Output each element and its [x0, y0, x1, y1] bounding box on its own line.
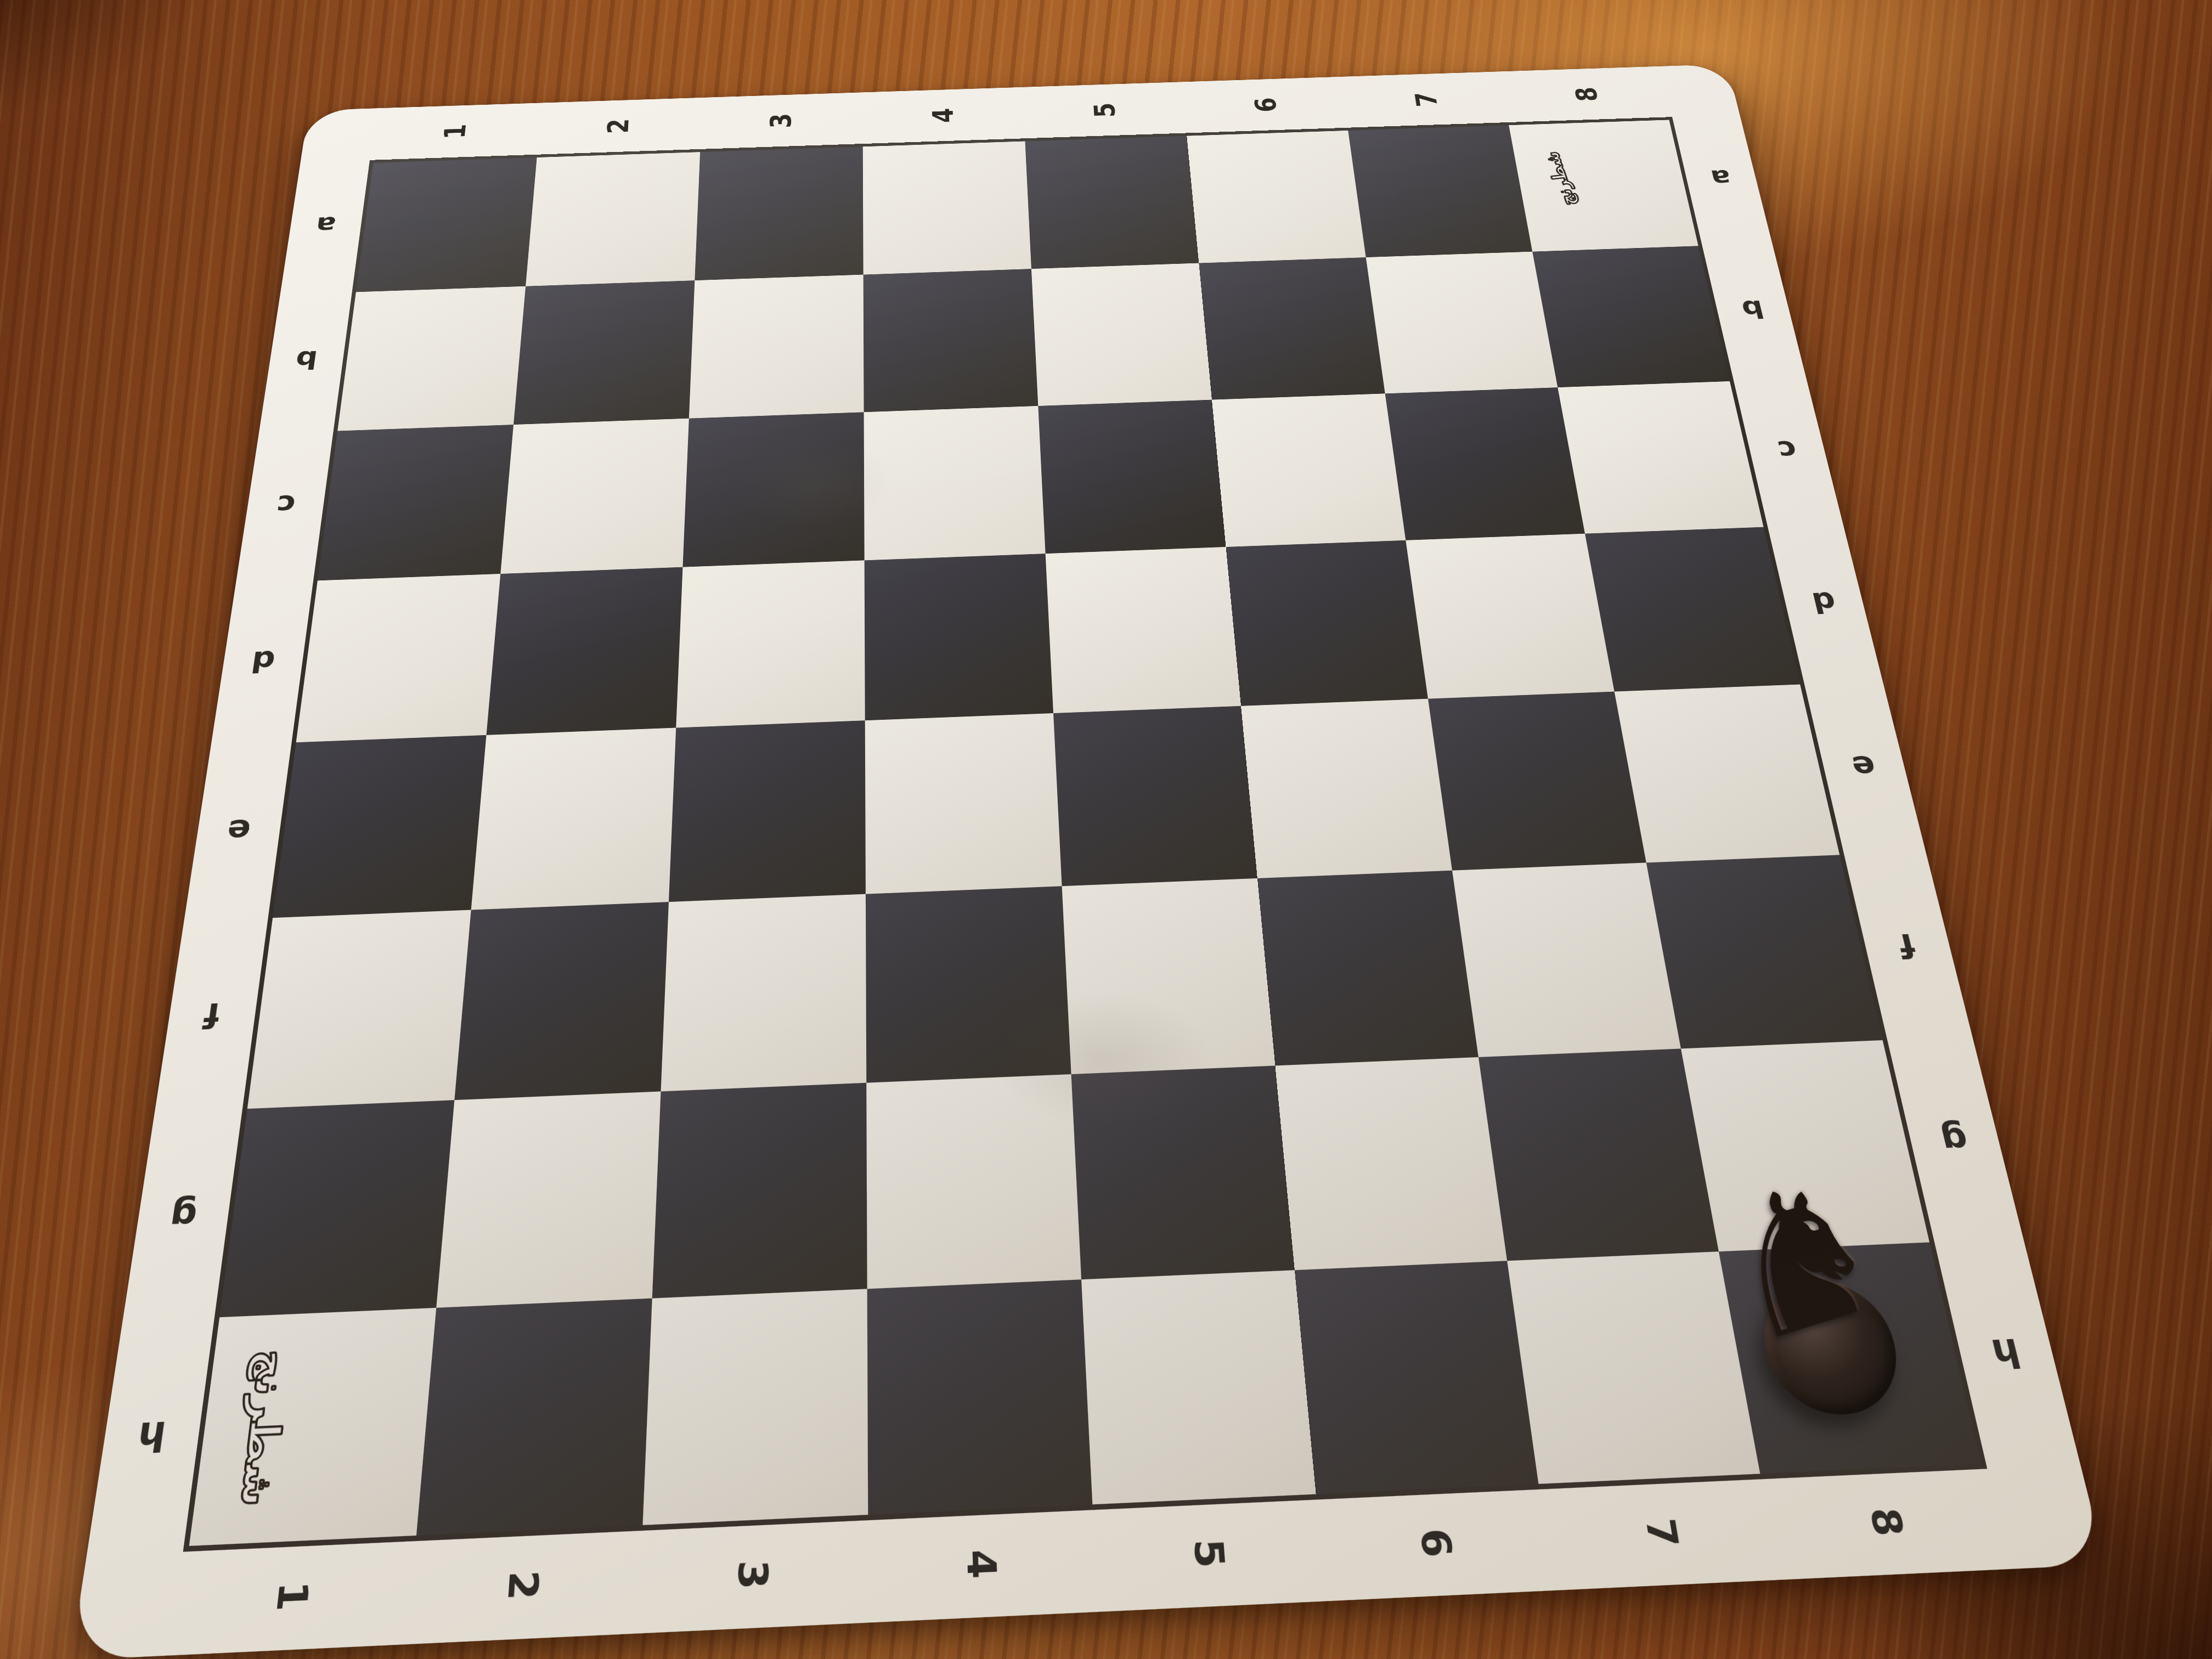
square-b5[interactable]	[1031, 263, 1212, 406]
square-g5[interactable]	[1071, 1065, 1295, 1279]
square-h5[interactable]	[1081, 1270, 1316, 1504]
coordinate-label-top-6: 6	[1251, 97, 1280, 112]
coordinate-label-top-4: 4	[928, 108, 957, 123]
square-a6[interactable]	[1187, 131, 1365, 263]
square-a7[interactable]	[1348, 125, 1532, 257]
coordinate-label-left-e: e	[225, 815, 252, 847]
square-h4[interactable]	[867, 1279, 1093, 1515]
square-c8[interactable]	[1558, 381, 1763, 534]
square-h7[interactable]	[1507, 1251, 1760, 1484]
coordinate-label-bottom-2: 2	[501, 1570, 543, 1601]
label-slot-bottom-1: 1	[169, 1538, 412, 1656]
square-a2[interactable]	[526, 152, 700, 286]
square-b2[interactable]	[513, 280, 695, 425]
square-b1[interactable]	[337, 286, 526, 431]
coordinate-label-top-8: 8	[1571, 86, 1601, 101]
label-slot-top-8: 8	[1502, 66, 1672, 122]
square-b4[interactable]	[864, 269, 1039, 412]
square-e4[interactable]	[865, 713, 1062, 894]
square-a5[interactable]	[1025, 136, 1199, 269]
coordinate-label-bottom-7: 7	[1640, 1517, 1684, 1548]
coordinate-label-right-h: h	[1988, 1333, 2024, 1373]
square-e2[interactable]	[471, 728, 676, 910]
square-e1[interactable]	[273, 735, 486, 918]
square-f6[interactable]	[1257, 871, 1479, 1066]
label-slot-top-7: 7	[1342, 71, 1511, 127]
square-e3[interactable]	[669, 720, 866, 902]
chessboard-photo: 12345678 12345678 abcdefgh abcdefgh شطرن…	[0, 0, 2212, 1659]
square-d6[interactable]	[1226, 540, 1428, 706]
coordinate-label-bottom-8: 8	[1864, 1506, 1909, 1537]
square-f8[interactable]	[1646, 855, 1883, 1048]
square-h8[interactable]: ♞	[1719, 1242, 1981, 1474]
square-c3[interactable]	[682, 412, 864, 567]
shatranj-logo-a8: شطرنج	[1540, 151, 1579, 207]
square-g4[interactable]	[866, 1074, 1081, 1289]
square-g3[interactable]	[652, 1083, 867, 1299]
square-f1[interactable]	[247, 910, 471, 1109]
coordinate-label-bottom-5: 5	[1188, 1538, 1230, 1569]
square-c6[interactable]	[1212, 393, 1406, 547]
square-g1[interactable]	[219, 1100, 454, 1317]
square-b6[interactable]	[1199, 257, 1385, 400]
coordinate-label-bottom-4: 4	[961, 1548, 1002, 1579]
shatranj-logo-h1: شطرنج	[230, 1348, 297, 1506]
square-a3[interactable]	[695, 146, 863, 280]
square-f7[interactable]	[1452, 862, 1681, 1057]
square-a8[interactable]: شطرنج	[1509, 120, 1698, 251]
coordinate-label-left-c: c	[274, 491, 297, 518]
square-b7[interactable]	[1366, 252, 1558, 394]
square-e7[interactable]	[1428, 692, 1646, 871]
coordinate-label-top-2: 2	[603, 118, 633, 134]
label-slot-bottom-4: 4	[867, 1506, 1098, 1623]
square-b3[interactable]	[689, 275, 864, 419]
square-h2[interactable]	[416, 1299, 652, 1536]
coordinate-label-right-d: d	[1809, 588, 1839, 617]
label-slot-bottom-6: 6	[1317, 1486, 1556, 1601]
square-c1[interactable]	[318, 425, 513, 580]
square-c5[interactable]	[1038, 400, 1226, 554]
label-slot-bottom-7: 7	[1542, 1476, 1784, 1590]
coordinate-label-bottom-3: 3	[732, 1559, 773, 1590]
label-slot-bottom-2: 2	[403, 1527, 640, 1645]
square-e6[interactable]	[1241, 699, 1452, 878]
square-g6[interactable]	[1275, 1057, 1507, 1270]
coordinate-label-bottom-6: 6	[1414, 1527, 1457, 1558]
coordinate-label-left-b: b	[294, 347, 319, 373]
coordinate-label-bottom-1: 1	[270, 1580, 314, 1612]
square-c7[interactable]	[1385, 387, 1585, 540]
square-d3[interactable]	[676, 560, 865, 727]
square-d7[interactable]	[1406, 534, 1614, 699]
coordinate-label-top-5: 5	[1090, 102, 1119, 118]
coordinate-label-right-a: a	[1709, 167, 1734, 189]
square-f3[interactable]	[661, 894, 867, 1092]
label-slot-top-1: 1	[370, 103, 539, 160]
coordinate-label-top-1: 1	[440, 123, 470, 139]
coordinate-label-left-h: h	[135, 1415, 168, 1457]
square-g2[interactable]	[436, 1091, 661, 1307]
square-a4[interactable]	[863, 141, 1031, 274]
coordinate-label-left-g: g	[167, 1197, 199, 1235]
square-d2[interactable]	[487, 567, 683, 735]
coordinate-label-right-g: g	[1937, 1122, 1972, 1158]
square-h3[interactable]	[642, 1289, 868, 1525]
chess-board-grid: شطرنجشطرنج♞	[183, 117, 1988, 1552]
coordinate-label-top-7: 7	[1411, 92, 1441, 107]
square-c2[interactable]	[500, 419, 689, 574]
label-slot-top-5: 5	[1023, 82, 1188, 138]
coordinate-label-right-b: b	[1740, 297, 1767, 321]
square-a1[interactable]	[356, 157, 537, 292]
square-e8[interactable]	[1615, 685, 1840, 863]
coordinate-label-right-e: e	[1849, 752, 1879, 782]
label-slot-top-3: 3	[698, 92, 862, 149]
square-h6[interactable]	[1295, 1261, 1539, 1494]
coordinate-label-left-a: a	[314, 213, 337, 236]
label-slot-bottom-8: 8	[1764, 1465, 2011, 1579]
coordinate-label-top-3: 3	[766, 112, 795, 128]
label-slot-top-2: 2	[534, 98, 701, 155]
coordinate-label-left-d: d	[250, 646, 277, 675]
square-d8[interactable]	[1585, 527, 1800, 692]
square-c4[interactable]	[864, 406, 1046, 560]
black-knight-piece[interactable]: ♞	[1719, 1242, 1981, 1474]
coordinate-label-right-c: c	[1775, 437, 1799, 464]
square-b8[interactable]	[1532, 246, 1730, 387]
label-slot-top-6: 6	[1183, 77, 1350, 133]
square-d1[interactable]	[296, 574, 501, 742]
label-slot-top-4: 4	[862, 87, 1025, 144]
square-h1[interactable]: شطرنج	[189, 1308, 437, 1546]
square-e5[interactable]	[1053, 706, 1257, 886]
square-d4[interactable]	[865, 554, 1053, 720]
square-f5[interactable]	[1062, 878, 1276, 1074]
label-slot-bottom-3: 3	[635, 1517, 867, 1634]
square-d5[interactable]	[1046, 547, 1241, 713]
coordinate-label-left-f: f	[202, 998, 222, 1032]
square-f2[interactable]	[454, 902, 669, 1100]
coordinate-label-right-f: f	[1896, 929, 1919, 962]
square-f4[interactable]	[866, 886, 1071, 1082]
label-slot-bottom-5: 5	[1093, 1496, 1328, 1612]
square-g7[interactable]	[1479, 1048, 1719, 1261]
